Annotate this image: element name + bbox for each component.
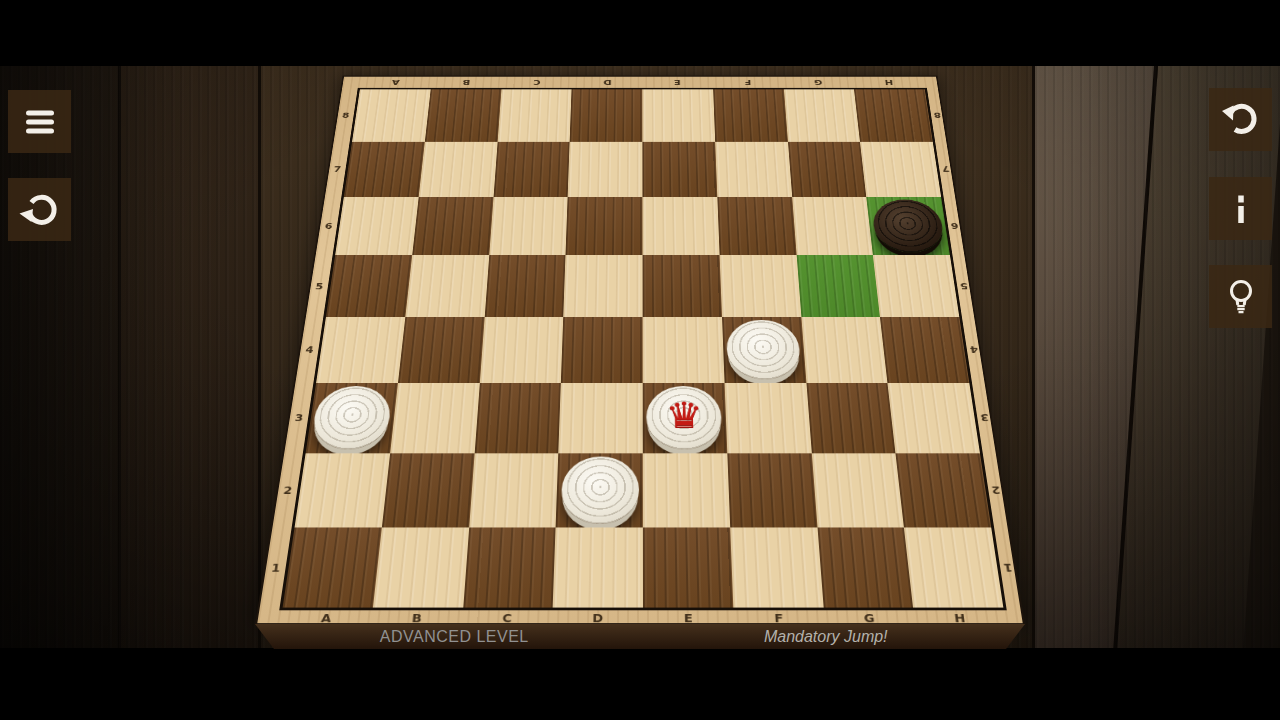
square-E8[interactable] <box>642 89 715 141</box>
square-C1[interactable] <box>463 528 556 608</box>
file-label-top-B: B <box>462 78 470 86</box>
square-G4[interactable] <box>801 317 888 383</box>
square-F3[interactable] <box>724 383 811 453</box>
square-B5[interactable] <box>405 255 489 317</box>
board-front-edge: ADVANCED LEVEL Mandatory Jump! <box>253 624 1027 649</box>
square-C3[interactable] <box>474 383 561 453</box>
square-F8[interactable] <box>713 89 788 141</box>
square-C5[interactable] <box>484 255 565 317</box>
square-A2[interactable] <box>295 453 390 528</box>
square-G2[interactable] <box>811 453 904 528</box>
square-C4[interactable] <box>479 317 563 383</box>
mandatory-jump-message: Mandatory Jump! <box>764 628 888 646</box>
board-grid: ♛ <box>279 88 1007 611</box>
square-H2[interactable] <box>896 453 992 528</box>
menu-button[interactable] <box>8 90 71 153</box>
board-perspective-wrap: ♛ AABBCCDDEEFFGGHH1122334455667788 <box>255 0 1025 625</box>
square-G6[interactable] <box>792 197 873 255</box>
square-C6[interactable] <box>489 197 568 255</box>
rank-label-right-3: 3 <box>980 412 990 424</box>
square-H8[interactable] <box>854 89 933 141</box>
white-man-piece[interactable] <box>560 456 639 524</box>
square-A4[interactable] <box>316 317 405 383</box>
square-H1[interactable] <box>904 528 1003 608</box>
hamburger-menu-icon <box>18 100 62 144</box>
rank-label-right-6: 6 <box>950 221 959 231</box>
rank-label-right-5: 5 <box>959 281 968 291</box>
file-label-bottom-B: B <box>411 611 422 625</box>
square-D8[interactable] <box>570 89 643 141</box>
rank-label-left-7: 7 <box>333 164 342 173</box>
square-A5[interactable] <box>326 255 412 317</box>
restart-icon <box>18 188 62 232</box>
file-label-bottom-A: A <box>320 611 332 625</box>
file-label-top-C: C <box>533 78 541 86</box>
black-man-piece[interactable] <box>870 199 945 252</box>
restart-button[interactable] <box>8 178 71 241</box>
square-G5[interactable] <box>796 255 880 317</box>
undo-icon <box>1219 98 1263 142</box>
white-man-piece[interactable] <box>726 320 802 379</box>
square-G7[interactable] <box>788 142 867 197</box>
square-B8[interactable] <box>425 89 501 141</box>
square-A7[interactable] <box>344 142 425 197</box>
hint-button[interactable] <box>1209 265 1272 328</box>
square-C8[interactable] <box>497 89 571 141</box>
file-label-top-A: A <box>392 78 401 86</box>
file-label-top-D: D <box>603 78 612 86</box>
square-D2[interactable] <box>556 453 643 528</box>
square-B3[interactable] <box>390 383 479 453</box>
rank-label-right-2: 2 <box>991 484 1001 496</box>
square-E5[interactable] <box>643 255 722 317</box>
rank-label-left-4: 4 <box>305 344 315 355</box>
square-D3[interactable] <box>559 383 643 453</box>
square-G8[interactable] <box>784 89 861 141</box>
rank-label-right-8: 8 <box>933 111 941 120</box>
square-F7[interactable] <box>715 142 792 197</box>
square-E3[interactable]: ♛ <box>643 383 727 453</box>
file-label-top-G: G <box>814 78 823 86</box>
square-F2[interactable] <box>727 453 817 528</box>
square-E7[interactable] <box>642 142 717 197</box>
square-H7[interactable] <box>860 142 941 197</box>
file-label-bottom-H: H <box>953 611 966 625</box>
square-A8[interactable] <box>352 89 430 141</box>
square-E1[interactable] <box>643 528 733 608</box>
square-E4[interactable] <box>643 317 725 383</box>
square-B4[interactable] <box>398 317 485 383</box>
square-F4[interactable] <box>722 317 806 383</box>
square-G1[interactable] <box>817 528 913 608</box>
square-H4[interactable] <box>880 317 969 383</box>
file-label-bottom-D: D <box>592 611 603 625</box>
lightbulb-hint-icon <box>1219 275 1263 319</box>
rank-label-right-1: 1 <box>1003 560 1014 573</box>
file-label-top-F: F <box>744 78 751 86</box>
square-H3[interactable] <box>888 383 980 453</box>
king-crown-icon: ♛ <box>665 397 703 432</box>
white-king-piece[interactable]: ♛ <box>647 386 723 449</box>
file-label-bottom-C: C <box>502 611 512 625</box>
square-C2[interactable] <box>469 453 559 528</box>
file-label-top-E: E <box>674 78 681 86</box>
square-E2[interactable] <box>643 453 730 528</box>
square-B6[interactable] <box>412 197 493 255</box>
square-F6[interactable] <box>717 197 796 255</box>
file-label-bottom-E: E <box>684 611 693 625</box>
square-D7[interactable] <box>568 142 643 197</box>
square-A3[interactable] <box>306 383 398 453</box>
square-D5[interactable] <box>563 255 642 317</box>
square-H5[interactable] <box>873 255 959 317</box>
rank-label-left-6: 6 <box>324 221 333 231</box>
rank-label-right-4: 4 <box>969 344 979 355</box>
square-D1[interactable] <box>553 528 643 608</box>
square-A1[interactable] <box>283 528 382 608</box>
file-label-bottom-G: G <box>863 611 875 625</box>
rank-label-right-7: 7 <box>941 164 950 173</box>
rank-label-left-8: 8 <box>342 111 350 120</box>
square-B1[interactable] <box>373 528 469 608</box>
square-B7[interactable] <box>419 142 498 197</box>
checkers-board: ♛ AABBCCDDEEFFGGHH1122334455667788 <box>255 76 1025 625</box>
info-icon <box>1219 187 1263 231</box>
square-C7[interactable] <box>493 142 570 197</box>
square-D4[interactable] <box>561 317 643 383</box>
rank-label-left-5: 5 <box>315 281 324 291</box>
square-B2[interactable] <box>382 453 475 528</box>
square-F5[interactable] <box>719 255 801 317</box>
square-F1[interactable] <box>730 528 823 608</box>
level-label: ADVANCED LEVEL <box>380 628 529 646</box>
app-screen: ♛ AABBCCDDEEFFGGHH1122334455667788 ADVAN… <box>0 0 1280 720</box>
white-man-piece[interactable] <box>310 386 393 449</box>
square-G3[interactable] <box>806 383 896 453</box>
square-A6[interactable] <box>335 197 418 255</box>
info-button[interactable] <box>1209 177 1272 240</box>
rank-label-left-3: 3 <box>294 412 304 424</box>
square-H6[interactable] <box>866 197 950 255</box>
square-D6[interactable] <box>566 197 643 255</box>
undo-button[interactable] <box>1209 88 1272 151</box>
file-label-top-H: H <box>884 78 894 86</box>
file-label-bottom-F: F <box>774 611 784 625</box>
square-E6[interactable] <box>642 197 719 255</box>
